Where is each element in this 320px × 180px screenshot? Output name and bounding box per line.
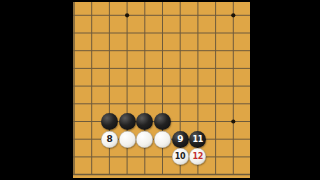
stone-black-move-9: 9	[172, 131, 189, 148]
stone-white	[154, 131, 171, 148]
move-number: 11	[193, 131, 204, 148]
move-number: 12	[193, 148, 204, 165]
stone-black	[101, 113, 118, 130]
stone-black	[154, 113, 171, 130]
stone-white-move-8: 8	[101, 131, 118, 148]
move-number: 10	[175, 148, 186, 165]
stone-white-move-12: 12	[189, 148, 206, 165]
move-number: 8	[106, 131, 112, 148]
stone-black	[119, 113, 136, 130]
move-number: 9	[177, 131, 183, 148]
stones-layer: 89111012	[73, 6, 242, 178]
video-frame: 89111012	[0, 0, 320, 180]
go-board: 89111012	[73, 2, 250, 178]
stone-white	[119, 131, 136, 148]
stone-black	[136, 113, 153, 130]
stone-white	[136, 131, 153, 148]
stone-black-move-11: 11	[189, 131, 206, 148]
stone-white-move-10: 10	[172, 148, 189, 165]
letterbox-bar-right	[250, 0, 320, 180]
letterbox-bar-left	[0, 0, 73, 180]
